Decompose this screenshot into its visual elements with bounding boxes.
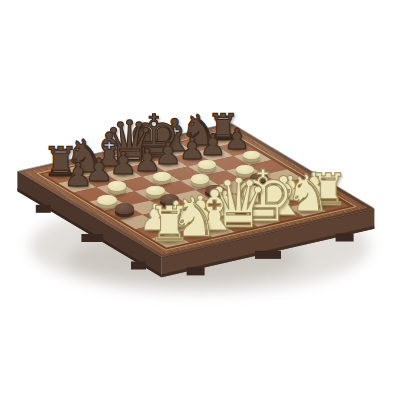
frame-shape — [81, 234, 103, 242]
frame-shape — [187, 267, 205, 275]
frame-shape — [336, 234, 354, 242]
frame-shape — [255, 251, 281, 259]
frame-shape — [36, 205, 51, 213]
travel-chess-set-photo: ♜♞♝♛♚♝♞♜♟♟♟♟♟♟♟♟♟♟♟♟♟♟♟♟♜♞♝♛♚♝♞♜ — [0, 0, 395, 395]
frame-shape — [131, 262, 146, 270]
